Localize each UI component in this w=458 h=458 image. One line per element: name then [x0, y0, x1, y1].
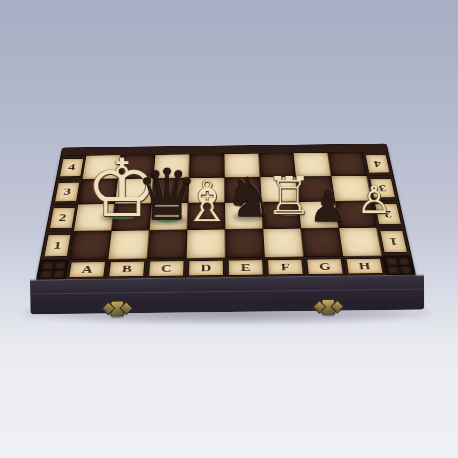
square [328, 152, 367, 176]
file-tab: A [68, 261, 106, 277]
square [78, 179, 118, 205]
file-label-a: A [66, 259, 108, 279]
square [296, 176, 335, 202]
rank-label-right-1: 1 [377, 227, 411, 256]
square [331, 176, 371, 202]
file-label-h: H [343, 256, 386, 276]
square [118, 155, 155, 179]
square [189, 154, 225, 178]
product-photo: 4 4 3 3 2 [0, 0, 458, 458]
square [301, 228, 343, 257]
file-tab: D [188, 260, 224, 276]
file-tab: H [345, 258, 383, 274]
corner-ornament [37, 260, 69, 280]
square [225, 229, 265, 258]
square [152, 178, 190, 204]
chess-box: 4 4 3 3 2 [0, 0, 458, 458]
square [335, 201, 377, 228]
file-label-d: D [186, 258, 226, 278]
square [188, 178, 225, 204]
square [154, 154, 190, 178]
square [187, 229, 226, 258]
file-label-c: C [146, 258, 187, 278]
square [74, 204, 115, 231]
rank-label-right-3: 3 [367, 176, 398, 201]
square [260, 177, 298, 203]
square [108, 230, 149, 259]
square [298, 201, 339, 228]
rank-tab: 4 [59, 158, 84, 177]
rank-tab: 1 [43, 234, 71, 257]
rank-label-right-2: 2 [372, 201, 405, 228]
file-label-b: B [106, 259, 148, 279]
square [262, 202, 301, 229]
rank-tab: 1 [379, 230, 408, 253]
square [294, 153, 332, 177]
square [82, 155, 120, 179]
rank-label-right-4: 4 [363, 152, 393, 176]
rank-tab: 3 [369, 178, 396, 198]
square [187, 203, 225, 230]
square [339, 228, 382, 257]
square [224, 154, 260, 178]
rank-tab: 2 [49, 207, 76, 228]
box-shadow [24, 306, 430, 324]
file-tab: G [306, 259, 344, 275]
corner-ornament [382, 256, 415, 276]
file-label-e: E [226, 258, 266, 278]
file-tab: C [148, 260, 184, 276]
rank-tab: 2 [374, 203, 402, 224]
square [150, 203, 189, 230]
square [225, 202, 263, 229]
square [263, 229, 304, 258]
chess-board-lid: 4 4 3 3 2 [36, 144, 416, 280]
file-tab: B [108, 261, 145, 277]
file-tab: F [267, 259, 304, 275]
square [69, 231, 112, 260]
square [112, 204, 152, 231]
rank-tab: 3 [54, 182, 80, 202]
square [225, 177, 262, 203]
file-tab: E [228, 259, 264, 275]
square [259, 153, 296, 177]
file-label-f: F [265, 257, 306, 277]
rank-tab: 4 [365, 154, 391, 173]
file-label-g: G [304, 257, 346, 277]
square [147, 230, 187, 259]
square [115, 178, 154, 204]
